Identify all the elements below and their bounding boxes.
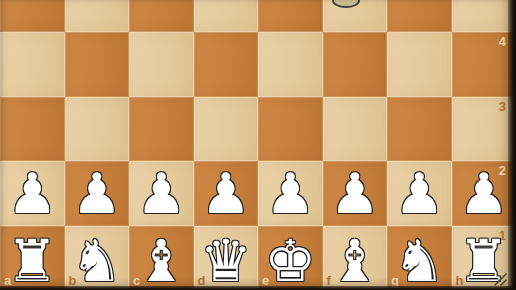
board-resize-handle[interactable] [493, 272, 507, 286]
square-b5[interactable] [65, 0, 130, 32]
square-g4[interactable] [387, 32, 452, 97]
square-d5[interactable] [194, 0, 259, 32]
piece-white-bishop-f1[interactable]: ♝ [323, 229, 388, 290]
chess-board: 43♟♟♟♟♟♟♟2♟a♜b♞c♝d♛e♚f♝g♞h1♜ [0, 0, 516, 290]
piece-white-pawn-a2[interactable]: ♟ [0, 162, 65, 227]
piece-white-pawn-b2[interactable]: ♟ [65, 162, 130, 227]
square-a2[interactable]: ♟ [0, 161, 65, 226]
square-b3[interactable] [65, 97, 130, 162]
square-c2[interactable]: ♟ [129, 161, 194, 226]
square-c4[interactable] [129, 32, 194, 97]
piece-white-knight-g1[interactable]: ♞ [387, 229, 452, 290]
square-a4[interactable] [0, 32, 65, 97]
piece-white-bishop-c1[interactable]: ♝ [129, 229, 194, 290]
square-f3[interactable] [323, 97, 388, 162]
piece-white-pawn-c2[interactable]: ♟ [129, 162, 194, 227]
square-d2[interactable]: ♟ [194, 161, 259, 226]
square-g2[interactable]: ♟ [387, 161, 452, 226]
square-g1[interactable]: g♞ [387, 226, 452, 290]
piece-white-pawn-e2[interactable]: ♟ [258, 162, 323, 227]
square-c3[interactable] [129, 97, 194, 162]
piece-white-queen-d1[interactable]: ♛ [194, 229, 259, 290]
board-edge-bottom [0, 286, 516, 290]
square-b2[interactable]: ♟ [65, 161, 130, 226]
square-f1[interactable]: f♝ [323, 226, 388, 290]
square-h2[interactable]: 2♟ [452, 161, 516, 226]
square-b4[interactable] [65, 32, 130, 97]
square-b1[interactable]: b♞ [65, 226, 130, 290]
square-d4[interactable] [194, 32, 259, 97]
chess-app-screen: 43♟♟♟♟♟♟♟2♟a♜b♞c♝d♛e♚f♝g♞h1♜ [0, 0, 516, 290]
square-d3[interactable] [194, 97, 259, 162]
rank-label-3: 3 [499, 100, 506, 113]
square-d1[interactable]: d♛ [194, 226, 259, 290]
piece-white-pawn-f2[interactable]: ♟ [323, 162, 388, 227]
square-e1[interactable]: e♚ [258, 226, 323, 290]
board-edge-right [508, 0, 516, 290]
square-c5[interactable] [129, 0, 194, 32]
square-e4[interactable] [258, 32, 323, 97]
square-g3[interactable] [387, 97, 452, 162]
piece-white-pawn-h2[interactable]: ♟ [452, 162, 516, 227]
piece-white-knight-b1[interactable]: ♞ [65, 229, 130, 290]
piece-white-pawn-g2[interactable]: ♟ [387, 162, 452, 227]
rank-label-4: 4 [499, 35, 506, 48]
square-c1[interactable]: c♝ [129, 226, 194, 290]
square-f4[interactable] [323, 32, 388, 97]
piece-white-pawn-d2[interactable]: ♟ [194, 162, 259, 227]
square-e3[interactable] [258, 97, 323, 162]
square-e5[interactable] [258, 0, 323, 32]
square-g5[interactable] [387, 0, 452, 32]
square-h4[interactable]: 4 [452, 32, 516, 97]
square-h3[interactable]: 3 [452, 97, 516, 162]
piece-white-rook-a1[interactable]: ♜ [0, 229, 65, 290]
square-e2[interactable]: ♟ [258, 161, 323, 226]
square-a5[interactable] [0, 0, 65, 32]
square-h5[interactable] [452, 0, 516, 32]
piece-white-king-e1[interactable]: ♚ [258, 229, 323, 290]
square-a3[interactable] [0, 97, 65, 162]
square-f2[interactable]: ♟ [323, 161, 388, 226]
square-a1[interactable]: a♜ [0, 226, 65, 290]
resize-diagonal-lines-icon [493, 272, 507, 286]
